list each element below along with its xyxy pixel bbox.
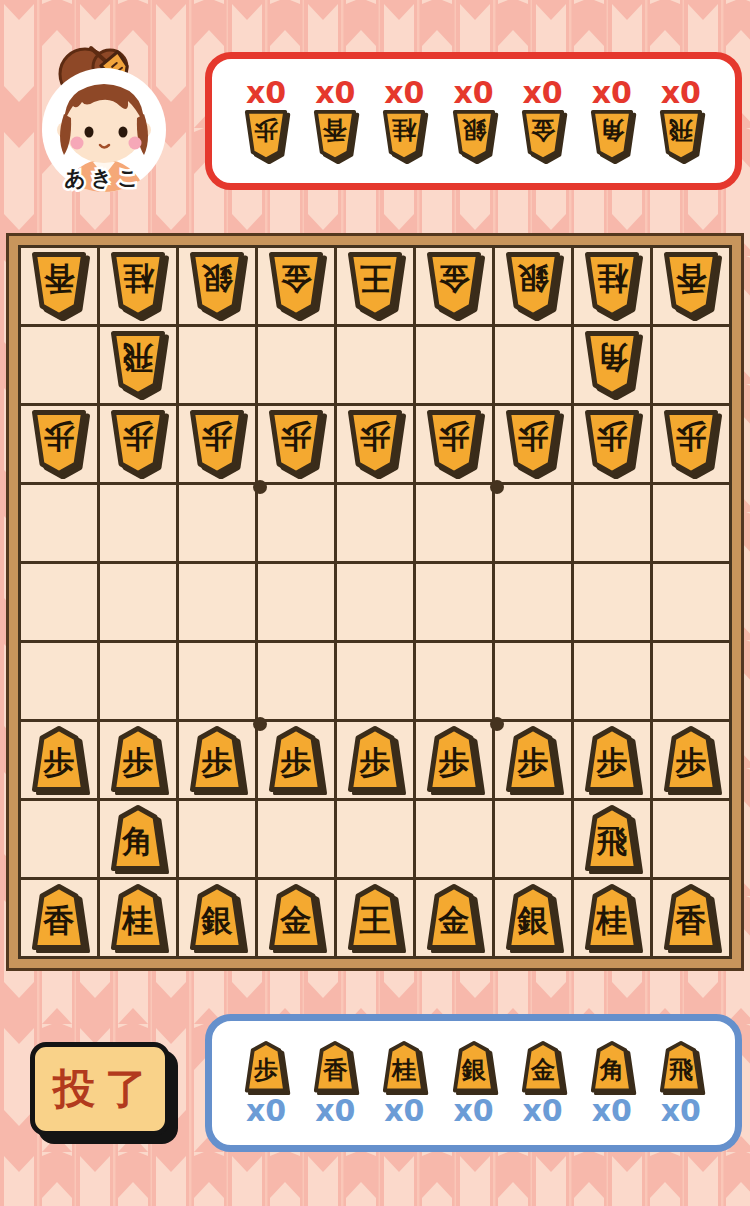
board-piece[interactable]: 銀 <box>501 251 565 321</box>
board-piece[interactable]: 歩 <box>343 725 407 795</box>
board-piece[interactable]: 歩 <box>27 725 91 795</box>
hand-piece: 金 <box>518 109 568 164</box>
board-piece[interactable]: 香 <box>659 251 723 321</box>
board-cell[interactable] <box>574 564 650 640</box>
hand-count-label: x0 <box>453 78 493 108</box>
board-piece[interactable]: 金 <box>422 251 486 321</box>
board-cell[interactable] <box>21 643 97 719</box>
board-cell[interactable]: 歩 <box>653 406 729 482</box>
board-cell[interactable] <box>337 564 413 640</box>
board-piece[interactable]: 歩 <box>106 725 170 795</box>
board-cell[interactable] <box>416 485 492 561</box>
board-cell[interactable] <box>179 564 255 640</box>
hand-piece[interactable]: 香 <box>310 1040 360 1095</box>
board-cell[interactable] <box>21 485 97 561</box>
board-cell[interactable] <box>179 485 255 561</box>
board-cell[interactable]: 桂 <box>574 880 650 956</box>
board-cell[interactable] <box>179 327 255 403</box>
svg-text:歩: 歩 <box>439 419 471 455</box>
svg-text:歩: 歩 <box>360 419 392 455</box>
svg-text:角: 角 <box>600 116 625 144</box>
board-cell[interactable] <box>495 564 571 640</box>
svg-text:桂: 桂 <box>597 261 630 297</box>
board-cell[interactable] <box>574 485 650 561</box>
hand-slot: 金x0 <box>518 1040 568 1126</box>
board-cell[interactable] <box>495 327 571 403</box>
board-cell[interactable]: 歩 <box>574 406 650 482</box>
board-cell[interactable]: 桂 <box>100 248 176 324</box>
board-piece[interactable]: 歩 <box>264 409 328 479</box>
shogi-board: 香桂銀金王金銀桂香飛角歩歩歩歩歩歩歩歩歩歩歩歩歩歩歩歩歩歩角飛香桂銀金王金銀桂香 <box>6 233 744 971</box>
hand-slot: 香x0 <box>310 1040 360 1126</box>
hoshi-dot <box>253 480 267 494</box>
board-cell[interactable]: 香 <box>653 248 729 324</box>
opponent-hand-tray: x0歩x0香x0桂x0銀x0金x0角x0飛 <box>205 52 742 190</box>
svg-text:飛: 飛 <box>123 340 155 376</box>
svg-text:香: 香 <box>676 261 708 297</box>
board-cell[interactable]: 歩 <box>495 722 571 798</box>
svg-text:角: 角 <box>122 823 154 859</box>
svg-text:歩: 歩 <box>438 744 470 780</box>
board-piece[interactable]: 歩 <box>580 409 644 479</box>
board-cell[interactable] <box>337 801 413 877</box>
hand-piece: 桂 <box>379 109 429 164</box>
board-piece[interactable]: 角 <box>580 330 644 400</box>
shogi-app: あきこ x0歩x0香x0桂x0銀x0金x0角x0飛 香桂銀金王金銀桂香飛角歩歩歩… <box>0 0 750 1206</box>
hoshi-dot <box>490 717 504 731</box>
board-cell[interactable]: 歩 <box>495 406 571 482</box>
svg-text:銀: 銀 <box>517 902 550 938</box>
hand-slot: x0金 <box>518 78 568 164</box>
board-cell[interactable]: 銀 <box>495 248 571 324</box>
hand-piece[interactable]: 歩 <box>241 1040 291 1095</box>
board-cell[interactable] <box>179 643 255 719</box>
board-cell[interactable]: 歩 <box>416 722 492 798</box>
board-cell[interactable]: 銀 <box>495 880 571 956</box>
svg-text:歩: 歩 <box>43 744 75 780</box>
board-cell[interactable]: 歩 <box>574 722 650 798</box>
board-cell[interactable]: 歩 <box>179 722 255 798</box>
svg-text:銀: 銀 <box>461 116 487 144</box>
svg-text:歩: 歩 <box>202 419 234 455</box>
board-piece[interactable]: 歩 <box>580 725 644 795</box>
board-cell[interactable] <box>100 564 176 640</box>
svg-text:角: 角 <box>597 340 629 376</box>
board-piece[interactable]: 桂 <box>580 883 644 953</box>
board-cell[interactable] <box>21 327 97 403</box>
hand-count-label: x0 <box>592 78 632 108</box>
board-cell[interactable]: 王 <box>337 248 413 324</box>
board-cell[interactable]: 歩 <box>258 406 334 482</box>
hand-piece: 銀 <box>449 109 499 164</box>
board-cell[interactable] <box>416 564 492 640</box>
board-piece[interactable]: 歩 <box>264 725 328 795</box>
board-cell[interactable] <box>653 801 729 877</box>
board-cell[interactable] <box>21 801 97 877</box>
svg-text:金: 金 <box>280 902 312 938</box>
hand-count-label: x0 <box>661 1096 701 1126</box>
hand-count-label: x0 <box>246 1096 286 1126</box>
board-cell[interactable]: 歩 <box>21 722 97 798</box>
board-cell[interactable] <box>100 485 176 561</box>
board-cell[interactable] <box>495 485 571 561</box>
hand-piece: 飛 <box>656 109 706 164</box>
svg-text:王: 王 <box>359 902 391 938</box>
hand-slot: x0飛 <box>656 78 706 164</box>
svg-text:飛: 飛 <box>596 823 628 859</box>
board-cell[interactable]: 歩 <box>21 406 97 482</box>
svg-text:金: 金 <box>281 261 313 297</box>
board-piece[interactable]: 金 <box>264 883 328 953</box>
svg-text:桂: 桂 <box>392 116 417 144</box>
svg-text:王: 王 <box>360 261 392 297</box>
svg-text:香: 香 <box>322 116 348 144</box>
board-cell[interactable] <box>495 801 571 877</box>
player-hand-tray: 歩x0香x0桂x0銀x0金x0角x0飛x0 <box>205 1014 742 1152</box>
board-piece[interactable]: 歩 <box>27 409 91 479</box>
board-cell[interactable]: 香 <box>653 880 729 956</box>
board-cell[interactable]: 桂 <box>100 880 176 956</box>
board-piece[interactable]: 歩 <box>659 725 723 795</box>
hand-slot: x0角 <box>587 78 637 164</box>
svg-text:香: 香 <box>43 902 75 938</box>
hand-slot: 飛x0 <box>656 1040 706 1126</box>
hand-slot: x0歩 <box>241 78 291 164</box>
svg-text:歩: 歩 <box>517 744 549 780</box>
board-cell[interactable]: 歩 <box>258 722 334 798</box>
hand-count-label: x0 <box>523 1096 563 1126</box>
svg-text:飛: 飛 <box>668 1056 693 1084</box>
board-cell[interactable]: 金 <box>416 880 492 956</box>
hand-count-label: x0 <box>453 1096 493 1126</box>
board-cell[interactable]: 飛 <box>574 801 650 877</box>
board-piece[interactable]: 歩 <box>501 409 565 479</box>
board-cell[interactable]: 銀 <box>179 248 255 324</box>
board-cell[interactable] <box>337 643 413 719</box>
hand-piece: 香 <box>310 109 360 164</box>
board-piece[interactable]: 歩 <box>185 725 249 795</box>
svg-text:銀: 銀 <box>460 1056 486 1084</box>
svg-text:桂: 桂 <box>121 902 154 938</box>
svg-text:歩: 歩 <box>596 744 628 780</box>
resign-button[interactable]: 投了 <box>30 1042 170 1136</box>
board-cell[interactable]: 金 <box>258 880 334 956</box>
svg-text:歩: 歩 <box>280 744 312 780</box>
board-cell[interactable]: 歩 <box>337 406 413 482</box>
svg-text:銀: 銀 <box>201 261 234 297</box>
hand-count-label: x0 <box>315 78 355 108</box>
board-cell[interactable] <box>416 327 492 403</box>
svg-text:歩: 歩 <box>675 744 707 780</box>
board-cell[interactable]: 角 <box>100 801 176 877</box>
svg-text:角: 角 <box>599 1056 624 1084</box>
hand-piece[interactable]: 飛 <box>656 1040 706 1095</box>
board-cell[interactable]: 金 <box>258 248 334 324</box>
hand-piece[interactable]: 銀 <box>449 1040 499 1095</box>
svg-text:香: 香 <box>44 261 76 297</box>
board-cell[interactable] <box>100 643 176 719</box>
board-piece[interactable]: 銀 <box>185 883 249 953</box>
svg-text:歩: 歩 <box>123 419 155 455</box>
board-cell[interactable] <box>337 327 413 403</box>
board-cell[interactable] <box>416 801 492 877</box>
board-cell[interactable] <box>337 485 413 561</box>
svg-text:歩: 歩 <box>122 744 154 780</box>
board-cell[interactable] <box>495 643 571 719</box>
hoshi-dot <box>490 480 504 494</box>
board-cell[interactable]: 香 <box>21 248 97 324</box>
board-cell[interactable] <box>416 643 492 719</box>
hand-count-label: x0 <box>246 78 286 108</box>
svg-text:金: 金 <box>439 261 471 297</box>
svg-text:金: 金 <box>530 116 556 144</box>
hand-slot: 桂x0 <box>379 1040 429 1126</box>
hand-piece: 歩 <box>241 109 291 164</box>
svg-text:歩: 歩 <box>254 116 279 144</box>
svg-text:歩: 歩 <box>359 744 391 780</box>
hand-slot: x0香 <box>310 78 360 164</box>
svg-text:銀: 銀 <box>201 902 234 938</box>
board-cell[interactable]: 歩 <box>653 722 729 798</box>
board-cell[interactable]: 銀 <box>179 880 255 956</box>
hand-count-label: x0 <box>592 1096 632 1126</box>
hand-slot: 歩x0 <box>241 1040 291 1126</box>
board-cell[interactable] <box>21 564 97 640</box>
board-piece[interactable]: 香 <box>27 251 91 321</box>
board-cell[interactable] <box>653 564 729 640</box>
hand-count-label: x0 <box>384 78 424 108</box>
hand-count-label: x0 <box>523 78 563 108</box>
svg-text:歩: 歩 <box>518 419 550 455</box>
hand-piece[interactable]: 角 <box>587 1040 637 1095</box>
svg-text:歩: 歩 <box>201 744 233 780</box>
board-cell[interactable] <box>179 801 255 877</box>
svg-text:香: 香 <box>322 1056 348 1084</box>
board-cell[interactable] <box>258 485 334 561</box>
board-cell[interactable]: 歩 <box>100 722 176 798</box>
hand-count-label: x0 <box>384 1096 424 1126</box>
board-piece[interactable]: 歩 <box>185 409 249 479</box>
board-grid: 香桂銀金王金銀桂香飛角歩歩歩歩歩歩歩歩歩歩歩歩歩歩歩歩歩歩角飛香桂銀金王金銀桂香 <box>18 245 732 959</box>
board-cell[interactable] <box>258 327 334 403</box>
board-piece[interactable]: 王 <box>343 251 407 321</box>
board-cell[interactable] <box>258 564 334 640</box>
board-cell[interactable]: 歩 <box>179 406 255 482</box>
board-piece[interactable]: 銀 <box>185 251 249 321</box>
board-piece[interactable]: 香 <box>659 883 723 953</box>
svg-text:金: 金 <box>530 1056 556 1084</box>
board-cell[interactable]: 金 <box>416 248 492 324</box>
board-piece[interactable]: 桂 <box>106 251 170 321</box>
hand-slot: 銀x0 <box>449 1040 499 1126</box>
svg-text:桂: 桂 <box>595 902 628 938</box>
hand-piece[interactable]: 桂 <box>379 1040 429 1095</box>
svg-text:香: 香 <box>675 902 707 938</box>
opponent-avatar: あきこ <box>33 44 175 200</box>
board-piece[interactable]: 歩 <box>501 725 565 795</box>
hand-slot: x0銀 <box>449 78 499 164</box>
board-piece[interactable]: 桂 <box>106 883 170 953</box>
board-cell[interactable] <box>653 643 729 719</box>
board-cell[interactable] <box>653 327 729 403</box>
board-cell[interactable] <box>258 643 334 719</box>
board-cell[interactable] <box>653 485 729 561</box>
hand-count-label: x0 <box>315 1096 355 1126</box>
board-cell[interactable]: 歩 <box>416 406 492 482</box>
board-piece[interactable]: 飛 <box>580 804 644 874</box>
svg-text:歩: 歩 <box>676 419 708 455</box>
svg-text:桂: 桂 <box>391 1056 416 1084</box>
hand-piece: 角 <box>587 109 637 164</box>
hoshi-dot <box>253 717 267 731</box>
board-cell[interactable]: 香 <box>21 880 97 956</box>
board-piece[interactable]: 金 <box>422 883 486 953</box>
hand-slot: x0桂 <box>379 78 429 164</box>
board-piece[interactable]: 歩 <box>659 409 723 479</box>
svg-text:銀: 銀 <box>517 261 550 297</box>
board-cell[interactable]: 歩 <box>337 722 413 798</box>
board-piece[interactable]: 金 <box>264 251 328 321</box>
board-piece[interactable]: 飛 <box>106 330 170 400</box>
board-cell[interactable]: 飛 <box>100 327 176 403</box>
board-piece[interactable]: 桂 <box>580 251 644 321</box>
board-cell[interactable]: 角 <box>574 327 650 403</box>
board-piece[interactable]: 歩 <box>422 725 486 795</box>
svg-text:飛: 飛 <box>669 116 694 144</box>
board-piece[interactable]: 銀 <box>501 883 565 953</box>
board-piece[interactable]: 歩 <box>422 409 486 479</box>
board-cell[interactable]: 王 <box>337 880 413 956</box>
board-cell[interactable]: 歩 <box>100 406 176 482</box>
opponent-name: あきこ <box>64 166 143 190</box>
hand-count-label: x0 <box>661 78 701 108</box>
board-piece[interactable]: 歩 <box>343 409 407 479</box>
svg-text:歩: 歩 <box>281 419 313 455</box>
board-cell[interactable]: 桂 <box>574 248 650 324</box>
hand-piece[interactable]: 金 <box>518 1040 568 1095</box>
board-piece[interactable]: 角 <box>106 804 170 874</box>
board-cell[interactable] <box>258 801 334 877</box>
board-piece[interactable]: 香 <box>27 883 91 953</box>
svg-text:歩: 歩 <box>597 419 629 455</box>
board-cell[interactable] <box>574 643 650 719</box>
svg-text:歩: 歩 <box>253 1056 278 1084</box>
svg-text:歩: 歩 <box>44 419 76 455</box>
svg-text:金: 金 <box>438 902 470 938</box>
board-piece[interactable]: 歩 <box>106 409 170 479</box>
svg-text:桂: 桂 <box>123 261 156 297</box>
board-piece[interactable]: 王 <box>343 883 407 953</box>
hand-slot: 角x0 <box>587 1040 637 1126</box>
